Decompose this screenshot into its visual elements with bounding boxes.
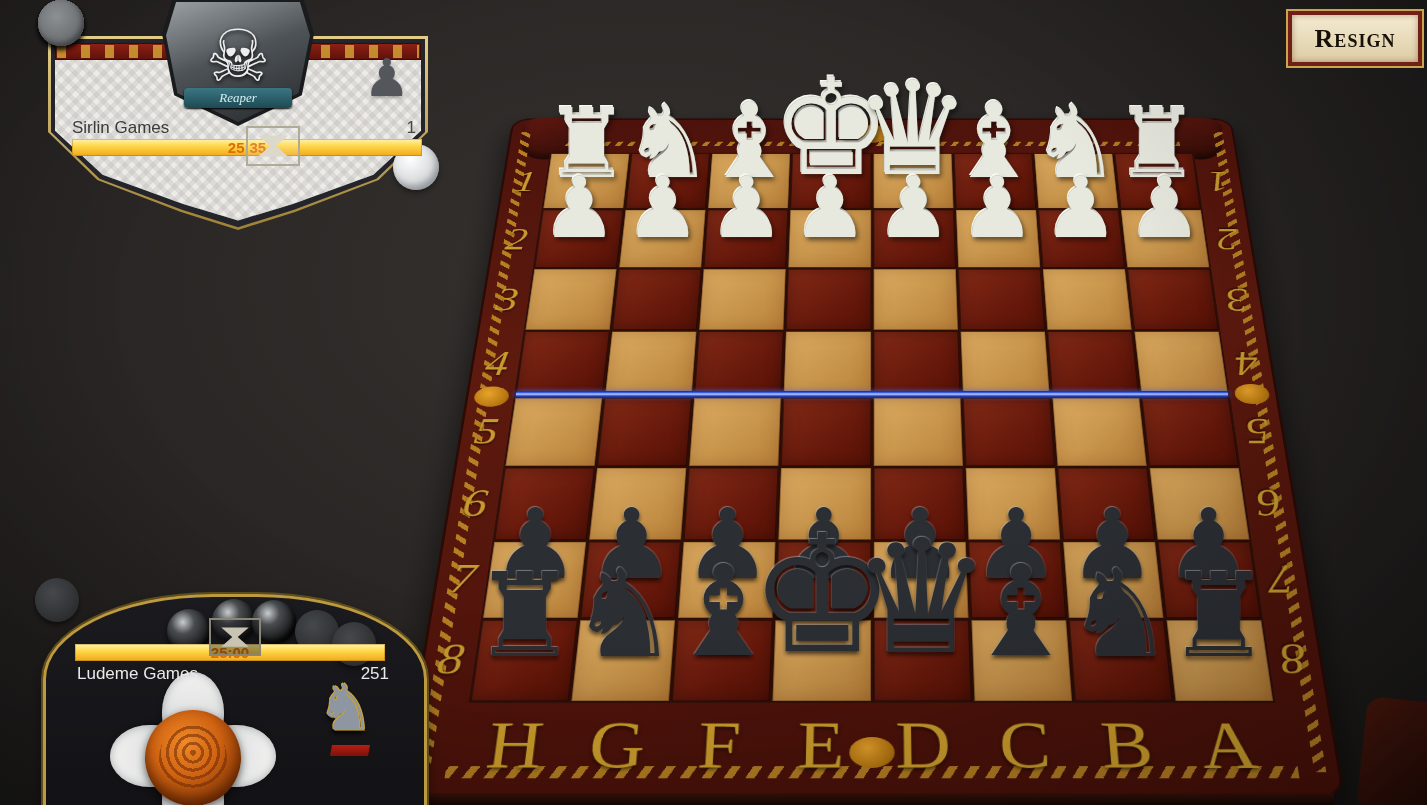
table-front-edge [408, 793, 1334, 805]
black-player-name: Ludeme Games [77, 664, 198, 684]
rank-label-right-2: 2 [1201, 210, 1254, 269]
piece-white-pawn-e2[interactable]: ♟ [792, 166, 868, 251]
rank-label-right-3: 3 [1210, 269, 1265, 331]
square-g4[interactable] [605, 332, 697, 396]
square-d3[interactable] [873, 269, 957, 330]
square-e3[interactable] [786, 269, 870, 330]
file-label-a: A [1173, 701, 1286, 790]
piece-white-pawn-c2[interactable]: ♟ [959, 166, 1035, 251]
hourglass-icon [209, 618, 261, 656]
square-e4[interactable] [784, 332, 871, 396]
piece-black-rook-h8[interactable]: ♜ [473, 558, 578, 675]
midline-marker [516, 391, 1229, 397]
square-h3[interactable] [525, 269, 616, 330]
piece-black-knight-b8[interactable]: ♞ [1065, 553, 1175, 675]
chess2-game-screen: 1122334455667788HGFEDCBA ♜♞♝♚♛♝♞♜♟♟♟♟♟♟♟… [0, 0, 1427, 805]
white-player-name: Sirlin Games [72, 118, 169, 138]
piece-white-pawn-d2[interactable]: ♟ [876, 166, 952, 251]
piece-black-bishop-c8[interactable]: ♝ [964, 549, 1077, 675]
square-b4[interactable] [1047, 332, 1139, 396]
piece-white-pawn-a2[interactable]: ♟ [1127, 166, 1203, 251]
rank-label-left-5: 5 [457, 397, 516, 467]
square-c3[interactable] [958, 269, 1045, 330]
square-g5[interactable] [597, 398, 691, 466]
duel-stone-6-slot-gray [38, 0, 84, 46]
piece-white-pawn-g2[interactable]: ♟ [625, 166, 701, 251]
rank-label-left-2: 2 [490, 210, 543, 269]
square-e5[interactable] [781, 398, 870, 466]
square-f3[interactable] [699, 269, 786, 330]
square-a4[interactable] [1134, 332, 1228, 396]
square-g3[interactable] [612, 269, 701, 330]
square-h5[interactable] [505, 398, 602, 466]
piece-white-pawn-b2[interactable]: ♟ [1043, 166, 1119, 251]
file-label-h: H [458, 701, 571, 790]
duel-stone-6-slot-dark [35, 578, 79, 622]
square-b3[interactable] [1043, 269, 1132, 330]
white-army-banner: Reaper [184, 88, 292, 108]
rank-label-left-4: 4 [468, 331, 525, 397]
square-d4[interactable] [873, 332, 960, 396]
piece-black-rook-a8[interactable]: ♜ [1167, 558, 1272, 675]
lion-face-icon [145, 710, 241, 805]
piece-white-pawn-f2[interactable]: ♟ [709, 166, 785, 251]
piece-black-knight-g8[interactable]: ♞ [569, 553, 679, 675]
file-label-e: E [768, 701, 872, 790]
knight-icon: ♞ [317, 676, 387, 762]
empowered-army-emblem: Empowered [113, 678, 273, 805]
rank-label-right-4: 4 [1219, 331, 1276, 397]
file-label-d: D [872, 701, 976, 790]
square-b5[interactable] [1052, 398, 1146, 466]
square-h4[interactable] [516, 332, 610, 396]
rank-label-right-5: 5 [1228, 397, 1287, 467]
file-label-b: B [1073, 701, 1183, 790]
file-label-c: C [972, 701, 1079, 790]
square-c5[interactable] [963, 398, 1055, 466]
resign-button[interactable]: Resign [1288, 11, 1422, 66]
piece-white-pawn-h2[interactable]: ♟ [542, 166, 618, 251]
file-label-f: F [665, 701, 772, 790]
pawn-icon: ♟ [363, 52, 410, 104]
rank-label-left-3: 3 [479, 269, 534, 331]
reaper-skull-icon: ☠ [206, 20, 271, 92]
square-f5[interactable] [689, 398, 781, 466]
square-a3[interactable] [1127, 269, 1218, 330]
square-f4[interactable] [694, 332, 783, 396]
table-leg [1356, 696, 1427, 805]
black-player-panel: 25:00 Ludeme Games 251 ♞ Empowered [35, 578, 435, 805]
square-c4[interactable] [960, 332, 1049, 396]
square-d5[interactable] [873, 398, 962, 466]
file-label-g: G [561, 701, 671, 790]
hourglass-icon [246, 126, 300, 166]
white-player-panel: ☠ Reaper ♟ 1 Sirlin Games 25:35 [38, 0, 438, 250]
square-a5[interactable] [1142, 398, 1239, 466]
